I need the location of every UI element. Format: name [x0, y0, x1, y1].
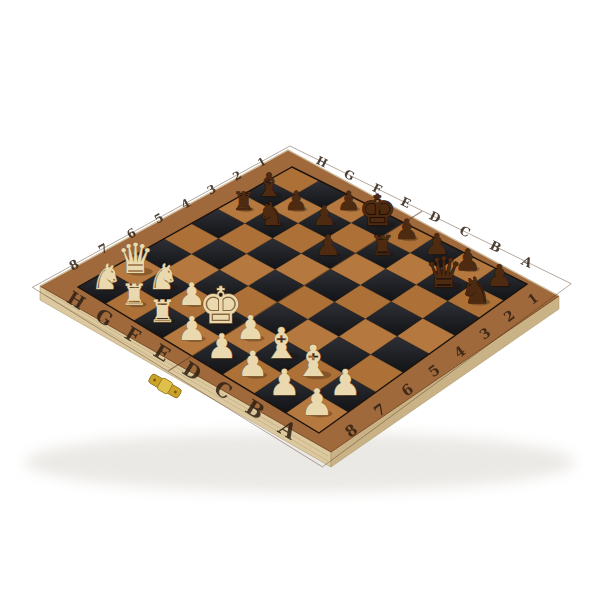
piece-light-pawn-e8: ♟ [177, 309, 207, 348]
chessboard-scene: HH11GG22FF33EE44DD55CC66BB77AA88♝♟♟♜♚♟♞♟… [0, 0, 600, 600]
label-file-d-far: D [427, 208, 443, 226]
piece-light-pawn-b8: ♟ [268, 362, 300, 403]
piece-dark-pawn-g2: ♟ [284, 185, 308, 216]
piece-light-pawn-c8: ♟ [237, 344, 268, 384]
chessboard-product-photo: HH11GG22FF33EE44DD55CC66BB77AA88♝♟♟♜♚♟♞♟… [0, 0, 600, 600]
piece-dark-rook-h3: ♜ [232, 187, 255, 216]
piece-light-rook-g8: ♜ [121, 277, 148, 312]
piece-dark-knight-g3: ♞ [257, 196, 285, 232]
piece-dark-knight-a2: ♞ [460, 270, 492, 311]
piece-dark-pawn-e3: ♟ [315, 228, 341, 262]
label-file-b-far: B [488, 237, 504, 255]
piece-dark-king-e1: ♚ [358, 186, 396, 235]
piece-dark-pawn-f2: ♟ [312, 200, 336, 231]
label-file-a-far: A [518, 253, 535, 272]
label-file-c-far: C [457, 223, 473, 241]
piece-light-pawn-d7: ♟ [236, 308, 266, 347]
piece-light-pawn-a8: ♟ [300, 381, 333, 424]
piece-dark-pawn-d1: ♟ [394, 213, 419, 246]
piece-light-rook-f8: ♜ [149, 294, 177, 329]
piece-dark-rook-d2: ♜ [370, 230, 394, 261]
piece-light-pawn-d8: ♟ [207, 326, 237, 366]
label-file-e-far: E [398, 194, 412, 211]
piece-dark-pawn-f1: ♟ [337, 185, 361, 216]
piece-light-knight-h8: ♞ [90, 256, 122, 297]
piece-dark-queen-b2: ♛ [425, 248, 463, 297]
piece-light-knight-g7: ♞ [147, 256, 179, 297]
piece-light-pawn-a7: ♟ [329, 362, 361, 403]
